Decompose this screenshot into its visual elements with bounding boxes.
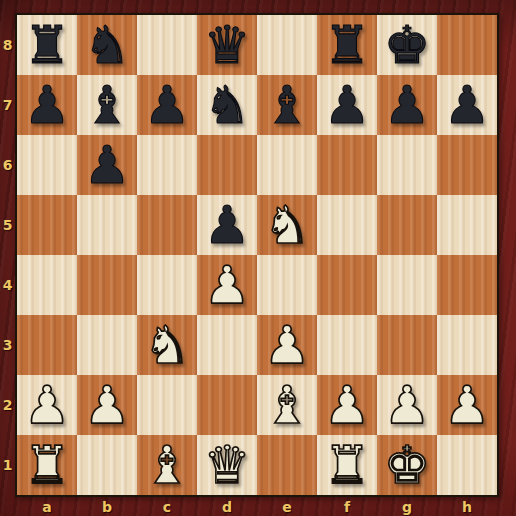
piece-white-queen[interactable]: ♛ xyxy=(204,435,251,495)
square-c2[interactable] xyxy=(137,375,197,435)
rank-label-2: 2 xyxy=(0,375,15,435)
file-label-h: h xyxy=(437,497,497,516)
piece-white-pawn[interactable]: ♟ xyxy=(264,315,311,375)
piece-white-knight[interactable]: ♞ xyxy=(144,315,191,375)
square-c4[interactable] xyxy=(137,255,197,315)
piece-white-bishop[interactable]: ♝ xyxy=(144,435,191,495)
square-d1[interactable]: ♛ xyxy=(197,435,257,495)
square-e6[interactable] xyxy=(257,135,317,195)
square-g1[interactable]: ♚ xyxy=(377,435,437,495)
piece-white-bishop[interactable]: ♝ xyxy=(264,375,311,435)
piece-white-king[interactable]: ♚ xyxy=(384,435,431,495)
square-g4[interactable] xyxy=(377,255,437,315)
piece-black-rook[interactable]: ♜ xyxy=(24,15,71,75)
piece-black-pawn[interactable]: ♟ xyxy=(144,75,191,135)
square-c5[interactable] xyxy=(137,195,197,255)
piece-black-knight[interactable]: ♞ xyxy=(84,15,131,75)
square-a1[interactable]: ♜ xyxy=(17,435,77,495)
square-f1[interactable]: ♜ xyxy=(317,435,377,495)
square-b3[interactable] xyxy=(77,315,137,375)
square-a5[interactable] xyxy=(17,195,77,255)
square-e7[interactable]: ♝ xyxy=(257,75,317,135)
piece-white-rook[interactable]: ♜ xyxy=(324,435,371,495)
file-label-f: f xyxy=(317,497,377,516)
square-d6[interactable] xyxy=(197,135,257,195)
square-b7[interactable]: ♝ xyxy=(77,75,137,135)
square-e8[interactable] xyxy=(257,15,317,75)
piece-white-rook[interactable]: ♜ xyxy=(24,435,71,495)
square-f2[interactable]: ♟ xyxy=(317,375,377,435)
piece-black-pawn[interactable]: ♟ xyxy=(24,75,71,135)
square-g8[interactable]: ♚ xyxy=(377,15,437,75)
square-e1[interactable] xyxy=(257,435,317,495)
piece-black-king[interactable]: ♚ xyxy=(384,15,431,75)
piece-black-bishop[interactable]: ♝ xyxy=(264,75,311,135)
rank-label-6: 6 xyxy=(0,135,15,195)
square-e4[interactable] xyxy=(257,255,317,315)
square-h5[interactable] xyxy=(437,195,497,255)
square-f3[interactable] xyxy=(317,315,377,375)
piece-white-pawn[interactable]: ♟ xyxy=(84,375,131,435)
square-g6[interactable] xyxy=(377,135,437,195)
square-b2[interactable]: ♟ xyxy=(77,375,137,435)
square-e2[interactable]: ♝ xyxy=(257,375,317,435)
square-c7[interactable]: ♟ xyxy=(137,75,197,135)
square-c3[interactable]: ♞ xyxy=(137,315,197,375)
board-frame: ♜♞♛♜♚♟♝♟♞♝♟♟♟♟♟♞♟♞♟♟♟♝♟♟♟♜♝♛♜♚ 87654321 … xyxy=(0,0,516,516)
square-d3[interactable] xyxy=(197,315,257,375)
square-b5[interactable] xyxy=(77,195,137,255)
square-h4[interactable] xyxy=(437,255,497,315)
square-d4[interactable]: ♟ xyxy=(197,255,257,315)
square-e3[interactable]: ♟ xyxy=(257,315,317,375)
file-label-b: b xyxy=(77,497,137,516)
square-h3[interactable] xyxy=(437,315,497,375)
square-h8[interactable] xyxy=(437,15,497,75)
piece-black-pawn[interactable]: ♟ xyxy=(204,195,251,255)
square-b1[interactable] xyxy=(77,435,137,495)
file-label-e: e xyxy=(257,497,317,516)
piece-white-pawn[interactable]: ♟ xyxy=(24,375,71,435)
square-d2[interactable] xyxy=(197,375,257,435)
file-label-g: g xyxy=(377,497,437,516)
file-label-a: a xyxy=(17,497,77,516)
piece-black-pawn[interactable]: ♟ xyxy=(384,75,431,135)
piece-black-pawn[interactable]: ♟ xyxy=(84,135,131,195)
piece-white-pawn[interactable]: ♟ xyxy=(444,375,491,435)
square-a2[interactable]: ♟ xyxy=(17,375,77,435)
square-h1[interactable] xyxy=(437,435,497,495)
square-h2[interactable]: ♟ xyxy=(437,375,497,435)
square-f4[interactable] xyxy=(317,255,377,315)
file-labels: abcdefgh xyxy=(17,497,497,516)
piece-white-pawn[interactable]: ♟ xyxy=(204,255,251,315)
square-b4[interactable] xyxy=(77,255,137,315)
rank-label-4: 4 xyxy=(0,255,15,315)
rank-label-5: 5 xyxy=(0,195,15,255)
square-h6[interactable] xyxy=(437,135,497,195)
chess-board: ♜♞♛♜♚♟♝♟♞♝♟♟♟♟♟♞♟♞♟♟♟♝♟♟♟♜♝♛♜♚ xyxy=(15,13,499,497)
square-a3[interactable] xyxy=(17,315,77,375)
square-a4[interactable] xyxy=(17,255,77,315)
rank-label-3: 3 xyxy=(0,315,15,375)
square-f6[interactable] xyxy=(317,135,377,195)
rank-label-1: 1 xyxy=(0,435,15,495)
rank-label-7: 7 xyxy=(0,75,15,135)
piece-black-bishop[interactable]: ♝ xyxy=(84,75,131,135)
square-f5[interactable] xyxy=(317,195,377,255)
square-a7[interactable]: ♟ xyxy=(17,75,77,135)
square-d8[interactable]: ♛ xyxy=(197,15,257,75)
piece-black-knight[interactable]: ♞ xyxy=(204,75,251,135)
square-d5[interactable]: ♟ xyxy=(197,195,257,255)
file-label-d: d xyxy=(197,497,257,516)
rank-label-8: 8 xyxy=(0,15,15,75)
square-g3[interactable] xyxy=(377,315,437,375)
square-f7[interactable]: ♟ xyxy=(317,75,377,135)
square-f8[interactable]: ♜ xyxy=(317,15,377,75)
rank-labels: 87654321 xyxy=(0,15,15,495)
square-a6[interactable] xyxy=(17,135,77,195)
piece-black-queen[interactable]: ♛ xyxy=(204,15,251,75)
square-g2[interactable]: ♟ xyxy=(377,375,437,435)
square-b6[interactable]: ♟ xyxy=(77,135,137,195)
file-label-c: c xyxy=(137,497,197,516)
square-c8[interactable] xyxy=(137,15,197,75)
square-e5[interactable]: ♞ xyxy=(257,195,317,255)
square-g7[interactable]: ♟ xyxy=(377,75,437,135)
piece-white-pawn[interactable]: ♟ xyxy=(324,375,371,435)
piece-black-pawn[interactable]: ♟ xyxy=(324,75,371,135)
piece-white-knight[interactable]: ♞ xyxy=(264,195,311,255)
square-b8[interactable]: ♞ xyxy=(77,15,137,75)
piece-white-pawn[interactable]: ♟ xyxy=(384,375,431,435)
square-a8[interactable]: ♜ xyxy=(17,15,77,75)
square-g5[interactable] xyxy=(377,195,437,255)
square-d7[interactable]: ♞ xyxy=(197,75,257,135)
square-c6[interactable] xyxy=(137,135,197,195)
square-h7[interactable]: ♟ xyxy=(437,75,497,135)
square-c1[interactable]: ♝ xyxy=(137,435,197,495)
piece-black-rook[interactable]: ♜ xyxy=(324,15,371,75)
piece-black-pawn[interactable]: ♟ xyxy=(444,75,491,135)
